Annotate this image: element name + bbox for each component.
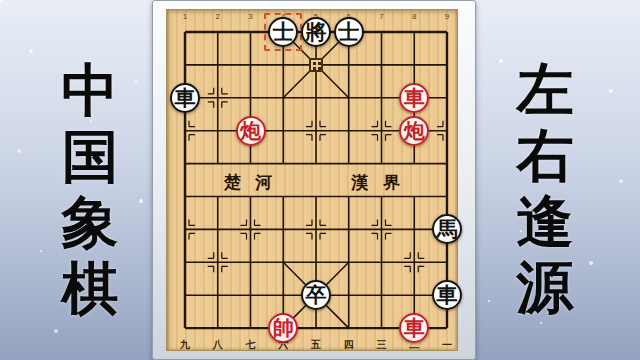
piece-red-cannon[interactable]: 炮 xyxy=(236,116,266,146)
file-label-bottom: 五 xyxy=(311,339,321,350)
piece-red-chariot[interactable]: 車 xyxy=(399,83,429,113)
xiangqi-board[interactable]: 楚河 漢界 123456789 九八七六五四三二一 士將士車車炮炮馬卒車帥車 xyxy=(166,9,458,351)
caption-char: 右 xyxy=(512,123,578,189)
caption-char: 象 xyxy=(57,190,123,256)
caption-char: 棋 xyxy=(57,256,123,322)
piece-black-advisor[interactable]: 士 xyxy=(334,17,364,47)
last-move-from-marker xyxy=(309,58,323,72)
piece-black-soldier[interactable]: 卒 xyxy=(301,280,331,310)
river-label-right: 漢界 xyxy=(351,171,415,194)
file-label-bottom: 三 xyxy=(377,339,387,350)
file-label-top: 9 xyxy=(445,12,449,21)
snow-speckles xyxy=(0,0,2,2)
left-caption: 中 国 象 棋 xyxy=(57,58,123,322)
file-label-bottom: 九 xyxy=(180,339,190,350)
file-label-top: 8 xyxy=(412,12,416,21)
caption-char: 源 xyxy=(512,255,578,321)
file-label-top: 1 xyxy=(183,12,187,21)
file-label-top: 3 xyxy=(248,12,252,21)
piece-black-chariot[interactable]: 車 xyxy=(432,280,462,310)
app-window: 中 国 象 棋 左 右 逢 源 楚河 漢界 123456789 九八七六五四三二… xyxy=(0,0,640,360)
piece-black-chariot[interactable]: 車 xyxy=(170,83,200,113)
file-label-bottom: 七 xyxy=(246,339,256,350)
right-caption: 左 右 逢 源 xyxy=(512,57,578,321)
file-label-bottom: 四 xyxy=(344,339,354,350)
piece-black-general[interactable]: 將 xyxy=(301,17,331,47)
file-label-top: 2 xyxy=(216,12,220,21)
piece-red-cannon[interactable]: 炮 xyxy=(399,116,429,146)
caption-char: 国 xyxy=(57,124,123,190)
river-label-left: 楚河 xyxy=(224,171,286,194)
piece-black-horse[interactable]: 馬 xyxy=(432,214,462,244)
file-label-bottom: 一 xyxy=(442,339,452,350)
file-label-top: 7 xyxy=(379,12,383,21)
caption-char: 逢 xyxy=(512,189,578,255)
file-label-bottom: 八 xyxy=(213,339,223,350)
caption-char: 中 xyxy=(57,58,123,124)
caption-char: 左 xyxy=(512,57,578,123)
board-frame: 楚河 漢界 123456789 九八七六五四三二一 士將士車車炮炮馬卒車帥車 xyxy=(152,0,476,360)
